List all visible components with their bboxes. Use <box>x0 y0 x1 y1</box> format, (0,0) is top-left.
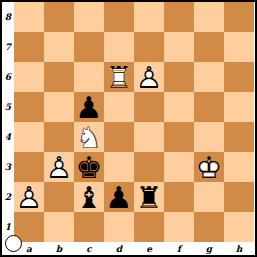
square-b3[interactable]: ♟︎♙︎ <box>44 152 74 182</box>
rank-label-7: 7 <box>2 32 14 62</box>
square-b2[interactable] <box>44 182 74 212</box>
square-g8[interactable] <box>194 2 224 32</box>
file-label-g: g <box>194 242 224 255</box>
white-king-fill: ♚︎ <box>194 152 224 182</box>
square-a2[interactable]: ♟︎♙︎ <box>14 182 44 212</box>
square-d7[interactable] <box>104 32 134 62</box>
square-g5[interactable] <box>194 92 224 122</box>
square-e6[interactable]: ♟︎♙︎ <box>134 62 164 92</box>
square-f7[interactable] <box>164 32 194 62</box>
square-c8[interactable] <box>74 2 104 32</box>
square-e5[interactable] <box>134 92 164 122</box>
square-a5[interactable] <box>14 92 44 122</box>
square-c6[interactable] <box>74 62 104 92</box>
rank-label-4: 4 <box>2 122 14 152</box>
square-g6[interactable] <box>194 62 224 92</box>
white-pawn: ♙︎ <box>134 62 164 92</box>
black-king: ♚︎ <box>74 152 104 182</box>
square-a6[interactable] <box>14 62 44 92</box>
square-h4[interactable] <box>224 122 254 152</box>
square-h5[interactable] <box>224 92 254 122</box>
white-pawn: ♙︎ <box>44 152 74 182</box>
square-c3[interactable]: ♚︎ <box>74 152 104 182</box>
square-h6[interactable] <box>224 62 254 92</box>
square-d1[interactable] <box>104 212 134 242</box>
square-f1[interactable] <box>164 212 194 242</box>
square-h1[interactable] <box>224 212 254 242</box>
square-e1[interactable] <box>134 212 164 242</box>
white-knight: ♘︎ <box>74 122 104 152</box>
white-pawn-fill: ♟︎ <box>134 62 164 92</box>
file-label-d: d <box>104 242 134 255</box>
square-f4[interactable] <box>164 122 194 152</box>
white-pawn: ♙︎ <box>14 182 44 212</box>
file-label-f: f <box>164 242 194 255</box>
square-c5[interactable]: ♟︎ <box>74 92 104 122</box>
square-f5[interactable] <box>164 92 194 122</box>
rank-labels: 87654321 <box>2 2 14 242</box>
square-e3[interactable] <box>134 152 164 182</box>
square-c2[interactable]: ♝︎ <box>74 182 104 212</box>
square-h2[interactable] <box>224 182 254 212</box>
rank-label-8: 8 <box>2 2 14 32</box>
square-b5[interactable] <box>44 92 74 122</box>
white-pawn-fill: ♟︎ <box>44 152 74 182</box>
black-pawn: ♟︎ <box>74 92 104 122</box>
square-e8[interactable] <box>134 2 164 32</box>
square-e7[interactable] <box>134 32 164 62</box>
square-g3[interactable]: ♚︎♔︎ <box>194 152 224 182</box>
square-h3[interactable] <box>224 152 254 182</box>
board: ♜︎♖︎♟︎♙︎♟︎♞︎♘︎♟︎♙︎♚︎♚︎♔︎♟︎♙︎♝︎♟︎♜︎ <box>14 2 254 242</box>
white-to-move-indicator <box>5 235 22 252</box>
square-g4[interactable] <box>194 122 224 152</box>
white-king: ♔︎ <box>194 152 224 182</box>
square-g2[interactable] <box>194 182 224 212</box>
square-f2[interactable] <box>164 182 194 212</box>
square-e4[interactable] <box>134 122 164 152</box>
black-rook: ♜︎ <box>134 182 164 212</box>
square-a4[interactable] <box>14 122 44 152</box>
square-b1[interactable] <box>44 212 74 242</box>
file-label-e: e <box>134 242 164 255</box>
square-b6[interactable] <box>44 62 74 92</box>
rank-label-2: 2 <box>2 182 14 212</box>
square-f3[interactable] <box>164 152 194 182</box>
square-h8[interactable] <box>224 2 254 32</box>
square-d5[interactable] <box>104 92 134 122</box>
square-a8[interactable] <box>14 2 44 32</box>
square-a7[interactable] <box>14 32 44 62</box>
square-g1[interactable] <box>194 212 224 242</box>
white-rook: ♖︎ <box>104 62 134 92</box>
square-b8[interactable] <box>44 2 74 32</box>
square-f6[interactable] <box>164 62 194 92</box>
square-f8[interactable] <box>164 2 194 32</box>
file-label-b: b <box>44 242 74 255</box>
black-pawn: ♟︎ <box>104 182 134 212</box>
white-knight-fill: ♞︎ <box>74 122 104 152</box>
square-d2[interactable]: ♟︎ <box>104 182 134 212</box>
square-d4[interactable] <box>104 122 134 152</box>
square-d8[interactable] <box>104 2 134 32</box>
square-d3[interactable] <box>104 152 134 182</box>
rank-label-6: 6 <box>2 62 14 92</box>
file-label-c: c <box>74 242 104 255</box>
white-rook-fill: ♜︎ <box>104 62 134 92</box>
square-c4[interactable]: ♞︎♘︎ <box>74 122 104 152</box>
square-b7[interactable] <box>44 32 74 62</box>
square-c1[interactable] <box>74 212 104 242</box>
file-label-h: h <box>224 242 254 255</box>
square-c7[interactable] <box>74 32 104 62</box>
rank-label-3: 3 <box>2 152 14 182</box>
square-d6[interactable]: ♜︎♖︎ <box>104 62 134 92</box>
square-e2[interactable]: ♜︎ <box>134 182 164 212</box>
white-pawn-fill: ♟︎ <box>14 182 44 212</box>
square-a3[interactable] <box>14 152 44 182</box>
square-b4[interactable] <box>44 122 74 152</box>
file-labels: abcdefgh <box>14 242 254 255</box>
rank-label-5: 5 <box>2 92 14 122</box>
chess-diagram: 87654321 ♜︎♖︎♟︎♙︎♟︎♞︎♘︎♟︎♙︎♚︎♚︎♔︎♟︎♙︎♝︎♟… <box>0 0 257 257</box>
square-h7[interactable] <box>224 32 254 62</box>
square-g7[interactable] <box>194 32 224 62</box>
black-bishop: ♝︎ <box>74 182 104 212</box>
